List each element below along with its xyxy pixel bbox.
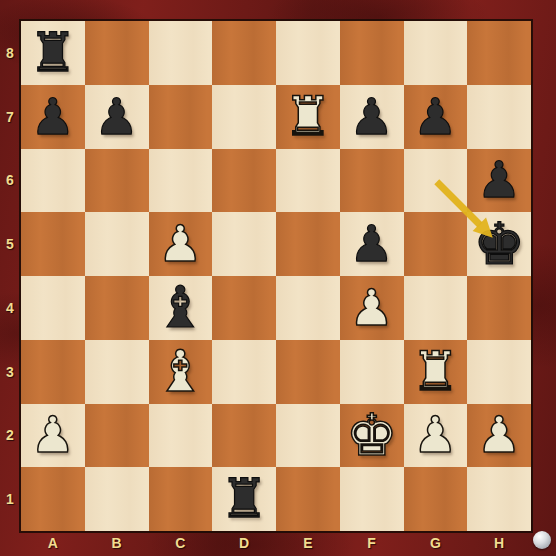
square-d6[interactable] bbox=[212, 149, 276, 213]
piece-white-pawn[interactable]: ♟ bbox=[30, 410, 75, 460]
square-f8[interactable] bbox=[340, 21, 404, 85]
square-d7[interactable] bbox=[212, 85, 276, 149]
square-b4[interactable] bbox=[85, 276, 149, 340]
file-label-g: G bbox=[430, 535, 441, 551]
square-g5[interactable] bbox=[404, 212, 468, 276]
square-h4[interactable] bbox=[467, 276, 531, 340]
piece-black-rook[interactable]: ♜ bbox=[220, 472, 268, 526]
square-b3[interactable] bbox=[85, 340, 149, 404]
square-h2[interactable]: ♟ bbox=[467, 404, 531, 468]
piece-white-king[interactable]: ♚ bbox=[346, 406, 398, 464]
square-b1[interactable] bbox=[85, 467, 149, 531]
file-label-d: D bbox=[239, 535, 249, 551]
piece-white-pawn[interactable]: ♟ bbox=[477, 410, 522, 460]
piece-black-pawn[interactable]: ♟ bbox=[30, 92, 75, 142]
square-g4[interactable] bbox=[404, 276, 468, 340]
square-f3[interactable] bbox=[340, 340, 404, 404]
square-h6[interactable]: ♟ bbox=[467, 149, 531, 213]
square-d3[interactable] bbox=[212, 340, 276, 404]
square-b5[interactable] bbox=[85, 212, 149, 276]
piece-black-bishop[interactable]: ♝ bbox=[155, 279, 206, 336]
square-a8[interactable]: ♜ bbox=[21, 21, 85, 85]
side-to-move-indicator bbox=[533, 531, 551, 549]
piece-white-pawn[interactable]: ♟ bbox=[413, 410, 458, 460]
square-d2[interactable] bbox=[212, 404, 276, 468]
square-d8[interactable] bbox=[212, 21, 276, 85]
square-a5[interactable] bbox=[21, 212, 85, 276]
square-g8[interactable] bbox=[404, 21, 468, 85]
square-a6[interactable] bbox=[21, 149, 85, 213]
rank-label-6: 6 bbox=[6, 172, 14, 188]
square-g1[interactable] bbox=[404, 467, 468, 531]
square-b6[interactable] bbox=[85, 149, 149, 213]
square-c8[interactable] bbox=[149, 21, 213, 85]
piece-white-pawn[interactable]: ♟ bbox=[349, 283, 394, 333]
square-h8[interactable] bbox=[467, 21, 531, 85]
piece-black-pawn[interactable]: ♟ bbox=[94, 92, 139, 142]
piece-white-bishop[interactable]: ♝ bbox=[155, 343, 206, 400]
square-f1[interactable] bbox=[340, 467, 404, 531]
rank-label-7: 7 bbox=[6, 109, 14, 125]
board-frame: ♜♟♟♜♟♟♟♟♟♚♝♟♝♜♟♚♟♟♜ 87654321 ABCDEFGH bbox=[0, 0, 556, 556]
square-f6[interactable] bbox=[340, 149, 404, 213]
piece-black-rook[interactable]: ♜ bbox=[29, 26, 77, 80]
square-g2[interactable]: ♟ bbox=[404, 404, 468, 468]
square-g3[interactable]: ♜ bbox=[404, 340, 468, 404]
piece-black-pawn[interactable]: ♟ bbox=[413, 92, 458, 142]
piece-white-rook[interactable]: ♜ bbox=[411, 345, 459, 399]
square-e3[interactable] bbox=[276, 340, 340, 404]
square-g7[interactable]: ♟ bbox=[404, 85, 468, 149]
square-c3[interactable]: ♝ bbox=[149, 340, 213, 404]
chess-board: ♜♟♟♜♟♟♟♟♟♚♝♟♝♜♟♚♟♟♜ bbox=[21, 21, 531, 531]
square-f4[interactable]: ♟ bbox=[340, 276, 404, 340]
square-b8[interactable] bbox=[85, 21, 149, 85]
square-c6[interactable] bbox=[149, 149, 213, 213]
square-c4[interactable]: ♝ bbox=[149, 276, 213, 340]
file-label-f: F bbox=[367, 535, 376, 551]
piece-black-pawn[interactable]: ♟ bbox=[349, 219, 394, 269]
square-e6[interactable] bbox=[276, 149, 340, 213]
square-e8[interactable] bbox=[276, 21, 340, 85]
square-a7[interactable]: ♟ bbox=[21, 85, 85, 149]
square-f5[interactable]: ♟ bbox=[340, 212, 404, 276]
rank-label-8: 8 bbox=[6, 45, 14, 61]
square-f2[interactable]: ♚ bbox=[340, 404, 404, 468]
square-h5[interactable]: ♚ bbox=[467, 212, 531, 276]
square-d4[interactable] bbox=[212, 276, 276, 340]
file-label-a: A bbox=[48, 535, 58, 551]
square-b7[interactable]: ♟ bbox=[85, 85, 149, 149]
square-c7[interactable] bbox=[149, 85, 213, 149]
square-e2[interactable] bbox=[276, 404, 340, 468]
square-c2[interactable] bbox=[149, 404, 213, 468]
piece-white-rook[interactable]: ♜ bbox=[284, 90, 332, 144]
square-a4[interactable] bbox=[21, 276, 85, 340]
square-e1[interactable] bbox=[276, 467, 340, 531]
piece-white-pawn[interactable]: ♟ bbox=[158, 219, 203, 269]
square-e5[interactable] bbox=[276, 212, 340, 276]
piece-black-pawn[interactable]: ♟ bbox=[349, 92, 394, 142]
piece-black-king[interactable]: ♚ bbox=[473, 215, 525, 273]
rank-label-2: 2 bbox=[6, 427, 14, 443]
square-c1[interactable] bbox=[149, 467, 213, 531]
square-h1[interactable] bbox=[467, 467, 531, 531]
square-g6[interactable] bbox=[404, 149, 468, 213]
square-h7[interactable] bbox=[467, 85, 531, 149]
square-c5[interactable]: ♟ bbox=[149, 212, 213, 276]
square-a3[interactable] bbox=[21, 340, 85, 404]
square-e4[interactable] bbox=[276, 276, 340, 340]
file-label-c: C bbox=[175, 535, 185, 551]
square-a2[interactable]: ♟ bbox=[21, 404, 85, 468]
file-label-h: H bbox=[494, 535, 504, 551]
rank-label-4: 4 bbox=[6, 300, 14, 316]
square-f7[interactable]: ♟ bbox=[340, 85, 404, 149]
square-h3[interactable] bbox=[467, 340, 531, 404]
piece-black-pawn[interactable]: ♟ bbox=[477, 155, 522, 205]
rank-label-3: 3 bbox=[6, 364, 14, 380]
rank-label-1: 1 bbox=[6, 491, 14, 507]
file-label-b: B bbox=[112, 535, 122, 551]
square-e7[interactable]: ♜ bbox=[276, 85, 340, 149]
rank-label-5: 5 bbox=[6, 236, 14, 252]
square-a1[interactable] bbox=[21, 467, 85, 531]
file-label-e: E bbox=[303, 535, 312, 551]
square-b2[interactable] bbox=[85, 404, 149, 468]
square-d1[interactable]: ♜ bbox=[212, 467, 276, 531]
square-d5[interactable] bbox=[212, 212, 276, 276]
